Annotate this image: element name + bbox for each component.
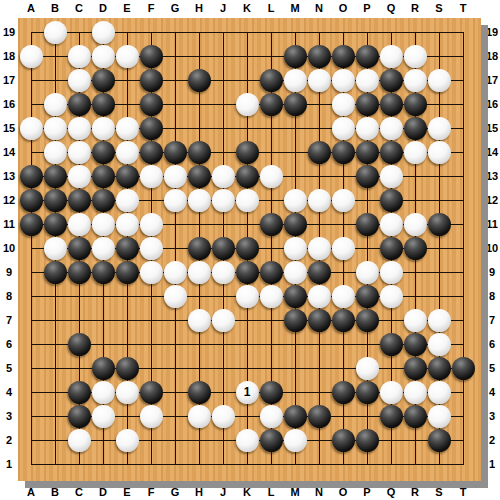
stone-black	[356, 93, 379, 116]
stone-white	[428, 405, 451, 428]
stone-white	[188, 261, 211, 284]
coord-label: 7	[0, 313, 18, 327]
stone-black	[236, 165, 259, 188]
stone-white	[404, 141, 427, 164]
stone-black	[236, 237, 259, 260]
stone-white	[44, 237, 67, 260]
stone-white	[428, 141, 451, 164]
stone-black	[308, 141, 331, 164]
stone-black	[140, 141, 163, 164]
coord-label: J	[214, 1, 232, 15]
stone-black	[92, 261, 115, 284]
coord-label: 10	[483, 241, 500, 255]
stone-white	[20, 117, 43, 140]
stone-white	[428, 309, 451, 332]
stone-white	[212, 189, 235, 212]
coord-label: N	[310, 1, 328, 15]
stone-white	[236, 93, 259, 116]
go-board[interactable]: 1	[18, 18, 481, 481]
stone-black	[356, 429, 379, 452]
coord-label: K	[238, 1, 256, 15]
stone-white	[92, 117, 115, 140]
stone-black	[332, 309, 355, 332]
stone-black	[284, 93, 307, 116]
stone-black	[284, 405, 307, 428]
stone-white	[404, 309, 427, 332]
stone-black	[188, 381, 211, 404]
stone-black	[188, 237, 211, 260]
coord-label: 7	[483, 313, 500, 327]
stone-black	[140, 117, 163, 140]
stone-black	[452, 357, 475, 380]
stone-black	[260, 213, 283, 236]
coord-label: 19	[483, 25, 500, 39]
stone-black	[380, 69, 403, 92]
stone-black	[140, 45, 163, 68]
stone-black	[332, 45, 355, 68]
stone-black	[188, 69, 211, 92]
coord-label: E	[118, 1, 136, 15]
stone-black	[68, 189, 91, 212]
stone-white	[332, 93, 355, 116]
stone-black	[236, 141, 259, 164]
stone-white	[212, 165, 235, 188]
stone-black	[308, 309, 331, 332]
coord-label: 9	[483, 265, 500, 279]
stone-black	[20, 165, 43, 188]
stone-white	[116, 141, 139, 164]
stone-white	[164, 261, 187, 284]
coord-label: D	[94, 1, 112, 15]
coord-label: 13	[0, 169, 18, 183]
stone-white	[44, 141, 67, 164]
coord-label: 12	[0, 193, 18, 207]
stone-white	[140, 405, 163, 428]
coord-label: 14	[483, 145, 500, 159]
coord-label: S	[430, 1, 448, 15]
stone-black	[260, 429, 283, 452]
coord-label: Q	[382, 1, 400, 15]
coord-label: 19	[0, 25, 18, 39]
stone-white	[332, 117, 355, 140]
stone-black	[404, 93, 427, 116]
coord-label: 5	[483, 361, 500, 375]
stone-black	[380, 405, 403, 428]
stone-black	[44, 213, 67, 236]
stone-white	[332, 285, 355, 308]
stone-white	[164, 189, 187, 212]
stone-black	[44, 261, 67, 284]
stone-white	[308, 237, 331, 260]
coord-label: 16	[483, 97, 500, 111]
stone-black	[116, 261, 139, 284]
stone-black	[308, 261, 331, 284]
stone-black	[356, 45, 379, 68]
coord-label: 10	[0, 241, 18, 255]
stone-white	[68, 141, 91, 164]
stone-black	[92, 141, 115, 164]
coord-label: N	[310, 485, 328, 499]
stone-black	[116, 165, 139, 188]
stone-white	[44, 21, 67, 44]
stone-white	[380, 381, 403, 404]
stone-white	[260, 285, 283, 308]
coord-label: 6	[483, 337, 500, 351]
stone-white	[380, 117, 403, 140]
stone-black	[356, 213, 379, 236]
stone-black	[380, 93, 403, 116]
coord-label: 12	[483, 193, 500, 207]
stone-black	[68, 333, 91, 356]
stone-black	[92, 189, 115, 212]
stone-white	[116, 117, 139, 140]
stone-white	[428, 333, 451, 356]
stone-white	[260, 405, 283, 428]
stone-black	[68, 261, 91, 284]
stone-white	[356, 117, 379, 140]
coord-label: 18	[483, 49, 500, 63]
coord-label: 11	[483, 217, 500, 231]
coord-label: 2	[0, 433, 18, 447]
coord-label: M	[286, 485, 304, 499]
stone-black	[44, 165, 67, 188]
coord-label: D	[94, 485, 112, 499]
stone-black	[404, 117, 427, 140]
stone-white	[236, 189, 259, 212]
last-move-marker: 1	[236, 381, 259, 404]
coord-label: P	[358, 485, 376, 499]
stone-white	[164, 165, 187, 188]
stone-white	[308, 285, 331, 308]
stone-white	[68, 69, 91, 92]
stone-white	[284, 189, 307, 212]
coord-label: 18	[0, 49, 18, 63]
stone-white	[332, 189, 355, 212]
stone-black	[356, 309, 379, 332]
stone-white	[188, 189, 211, 212]
stone-black	[404, 405, 427, 428]
coord-label: C	[70, 485, 88, 499]
stone-white	[140, 261, 163, 284]
coord-label: H	[190, 1, 208, 15]
stone-white	[44, 93, 67, 116]
stone-white	[356, 69, 379, 92]
stone-black	[20, 213, 43, 236]
stone-black	[164, 141, 187, 164]
coord-label: R	[406, 485, 424, 499]
coord-label: 6	[0, 337, 18, 351]
stone-black	[404, 237, 427, 260]
stone-white	[140, 165, 163, 188]
coord-label: E	[118, 485, 136, 499]
stone-white	[188, 405, 211, 428]
stone-white	[284, 429, 307, 452]
stone-white	[116, 189, 139, 212]
stone-black	[284, 45, 307, 68]
stone-white	[380, 213, 403, 236]
stone-white	[404, 69, 427, 92]
coord-label: 1	[483, 457, 500, 471]
stone-black	[356, 381, 379, 404]
stone-white	[68, 429, 91, 452]
coord-label: F	[142, 485, 160, 499]
stone-black	[356, 141, 379, 164]
stone-black	[68, 93, 91, 116]
coord-label: 1	[0, 457, 18, 471]
stone-white	[236, 285, 259, 308]
stone-white	[356, 261, 379, 284]
coord-label: 17	[483, 73, 500, 87]
stone-black	[116, 357, 139, 380]
stone-white	[284, 69, 307, 92]
stone-white	[116, 381, 139, 404]
stone-white	[92, 21, 115, 44]
stone-white	[212, 309, 235, 332]
grid-line-horizontal	[31, 320, 464, 321]
stone-white	[308, 189, 331, 212]
coord-label: B	[46, 485, 64, 499]
stone-white	[428, 69, 451, 92]
coord-label: Q	[382, 485, 400, 499]
stone-white	[164, 285, 187, 308]
coord-label: 8	[483, 289, 500, 303]
stone-white	[140, 213, 163, 236]
stone-white	[404, 381, 427, 404]
stone-black	[44, 189, 67, 212]
coord-label: B	[46, 1, 64, 15]
stone-black	[284, 213, 307, 236]
stone-black	[188, 165, 211, 188]
coord-label: C	[70, 1, 88, 15]
stone-black	[332, 141, 355, 164]
stone-black	[380, 189, 403, 212]
stone-white	[68, 45, 91, 68]
coord-label: 3	[0, 409, 18, 423]
coord-label: 2	[483, 433, 500, 447]
stone-white	[116, 45, 139, 68]
coord-label: R	[406, 1, 424, 15]
stone-black	[380, 237, 403, 260]
coord-label: M	[286, 1, 304, 15]
stone-black	[332, 429, 355, 452]
stone-white	[92, 381, 115, 404]
stone-white	[212, 405, 235, 428]
coord-label: P	[358, 1, 376, 15]
stone-black	[260, 69, 283, 92]
stone-black	[284, 285, 307, 308]
coord-label: 16	[0, 97, 18, 111]
coord-label: O	[334, 1, 352, 15]
coord-label: S	[430, 485, 448, 499]
stone-white	[44, 117, 67, 140]
stone-white	[380, 165, 403, 188]
stone-white	[140, 237, 163, 260]
coord-label: 15	[483, 121, 500, 135]
coord-label: H	[190, 485, 208, 499]
coord-label: G	[166, 485, 184, 499]
coord-label: 9	[0, 265, 18, 279]
stone-black	[140, 381, 163, 404]
coord-label: A	[22, 485, 40, 499]
stone-white	[20, 45, 43, 68]
stone-black	[68, 381, 91, 404]
stone-white	[116, 429, 139, 452]
stone-black	[212, 237, 235, 260]
stone-black	[356, 165, 379, 188]
stone-white	[212, 261, 235, 284]
stone-white	[332, 69, 355, 92]
stone-white	[236, 429, 259, 452]
stone-white	[308, 69, 331, 92]
stone-black	[188, 141, 211, 164]
coord-label: 8	[0, 289, 18, 303]
stone-white	[356, 357, 379, 380]
stone-white	[92, 45, 115, 68]
stone-black	[68, 405, 91, 428]
coord-label: 3	[483, 409, 500, 423]
stone-white	[428, 117, 451, 140]
stone-black	[92, 93, 115, 116]
stone-white	[116, 213, 139, 236]
stone-white	[188, 309, 211, 332]
stone-white	[68, 213, 91, 236]
stone-black	[380, 141, 403, 164]
grid-line-horizontal	[31, 464, 464, 465]
coord-label: L	[262, 1, 280, 15]
stone-white	[404, 45, 427, 68]
coord-label: K	[238, 485, 256, 499]
coord-label: T	[454, 485, 472, 499]
coord-label: A	[22, 1, 40, 15]
stone-black	[284, 309, 307, 332]
stone-black	[92, 357, 115, 380]
stone-black	[428, 429, 451, 452]
stone-black	[92, 165, 115, 188]
stone-black	[20, 189, 43, 212]
coord-label: 5	[0, 361, 18, 375]
stone-white	[380, 285, 403, 308]
coord-label: F	[142, 1, 160, 15]
stone-black	[140, 93, 163, 116]
stone-black	[380, 333, 403, 356]
stone-black	[428, 357, 451, 380]
grid-line-vertical	[463, 32, 464, 465]
stone-white	[380, 45, 403, 68]
stone-black	[356, 285, 379, 308]
stone-white	[404, 213, 427, 236]
stone-black	[332, 381, 355, 404]
stone-white: 1	[236, 381, 259, 404]
go-game-diagram: ABCDEFGHJKLMNOPQRST ABCDEFGHJKLMNOPQRST …	[0, 0, 500, 500]
stone-black	[140, 69, 163, 92]
stone-black	[308, 45, 331, 68]
coord-label: 13	[483, 169, 500, 183]
stone-black	[116, 237, 139, 260]
stone-white	[92, 405, 115, 428]
stone-white	[68, 165, 91, 188]
stone-white	[428, 381, 451, 404]
stone-black	[428, 213, 451, 236]
stone-white	[284, 261, 307, 284]
coord-label: O	[334, 485, 352, 499]
coord-label: 11	[0, 217, 18, 231]
coord-label: 4	[0, 385, 18, 399]
stone-white	[332, 237, 355, 260]
stone-black	[92, 69, 115, 92]
stone-white	[92, 237, 115, 260]
stone-white	[260, 165, 283, 188]
coord-label: T	[454, 1, 472, 15]
stone-black	[236, 261, 259, 284]
coord-label: J	[214, 485, 232, 499]
stone-black	[68, 237, 91, 260]
stone-black	[260, 93, 283, 116]
stone-black	[260, 381, 283, 404]
stone-black	[260, 261, 283, 284]
stone-white	[68, 117, 91, 140]
coord-label: 15	[0, 121, 18, 135]
stone-white	[92, 213, 115, 236]
coord-label: 4	[483, 385, 500, 399]
coord-label: 14	[0, 145, 18, 159]
stone-white	[380, 261, 403, 284]
stone-black	[308, 405, 331, 428]
coord-label: G	[166, 1, 184, 15]
coord-label: 17	[0, 73, 18, 87]
coord-label: L	[262, 485, 280, 499]
stone-black	[404, 333, 427, 356]
stone-black	[404, 357, 427, 380]
stone-white	[284, 237, 307, 260]
